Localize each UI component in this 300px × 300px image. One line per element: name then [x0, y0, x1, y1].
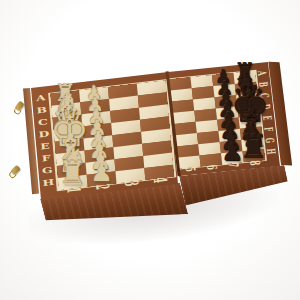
frame-number-6: 6 — [204, 158, 219, 176]
frame-letter-b: B — [34, 105, 50, 115]
chess-set-photo: ABCDEFGH 1234 5678 ABCDEFGH ♜♞♝♛♚♝♞♜♟♟♟♟… — [0, 0, 300, 300]
frame-letter-c: C — [35, 118, 51, 128]
frame-number-4: 4 — [150, 170, 169, 190]
frame-number-5: 5 — [183, 161, 198, 179]
frame-letter-g: G — [39, 166, 55, 176]
piece-white-pawn-h2: ♟ — [90, 161, 112, 186]
piece-black-pawn-h7: ♟ — [221, 140, 243, 165]
piece-white-rook-h1: ♜ — [58, 157, 87, 189]
frame-letter-a: A — [33, 93, 49, 103]
frame-letter-h: H — [40, 178, 56, 188]
frame-number-3: 3 — [121, 174, 140, 194]
brass-clasp-icon — [10, 165, 21, 175]
piece-black-rook-h8: ♜ — [239, 130, 268, 162]
brass-clasp-icon — [14, 101, 24, 112]
